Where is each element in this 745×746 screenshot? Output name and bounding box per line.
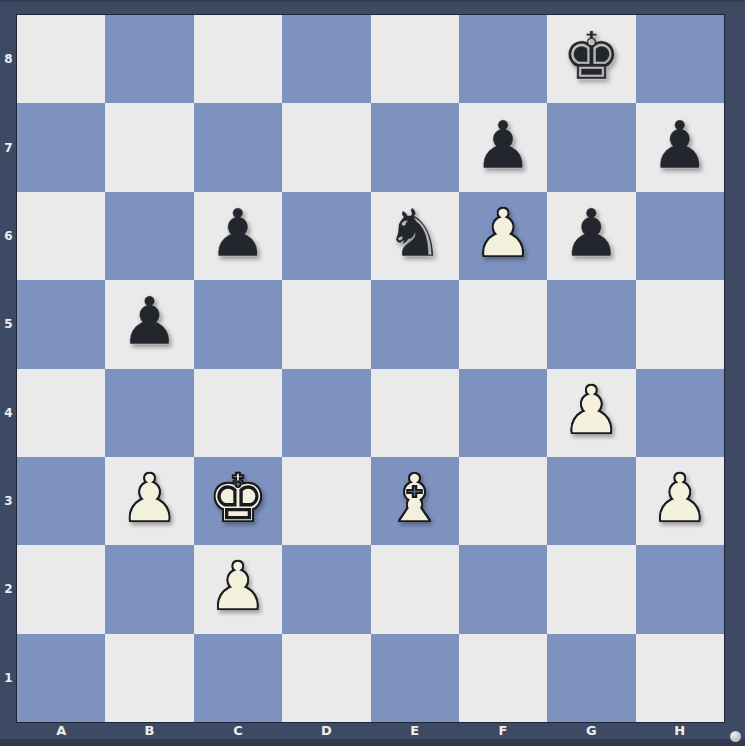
square-e6[interactable]: ♞ bbox=[371, 192, 459, 280]
square-e2[interactable] bbox=[371, 545, 459, 633]
square-c1[interactable] bbox=[194, 634, 282, 722]
corner-grip-icon bbox=[730, 731, 741, 742]
square-b7[interactable] bbox=[105, 103, 193, 191]
white-pawn-icon[interactable]: ♟ bbox=[208, 554, 267, 620]
rank-labels: 8 7 6 5 4 3 2 1 bbox=[0, 15, 17, 722]
square-d4[interactable] bbox=[282, 369, 370, 457]
square-d5[interactable] bbox=[282, 280, 370, 368]
rank-label-5: 5 bbox=[0, 280, 17, 368]
square-a6[interactable] bbox=[17, 192, 105, 280]
black-pawn-icon[interactable]: ♟ bbox=[120, 289, 179, 355]
square-b8[interactable] bbox=[105, 15, 193, 103]
white-pawn-icon[interactable]: ♟ bbox=[473, 201, 532, 267]
square-c2[interactable]: ♟ bbox=[194, 545, 282, 633]
white-bishop-icon[interactable]: ♝ bbox=[385, 466, 444, 532]
square-c3[interactable]: ♚ bbox=[194, 457, 282, 545]
square-b5[interactable]: ♟ bbox=[105, 280, 193, 368]
black-pawn-icon[interactable]: ♟ bbox=[562, 201, 621, 267]
square-c7[interactable] bbox=[194, 103, 282, 191]
square-f8[interactable] bbox=[459, 15, 547, 103]
black-pawn-icon[interactable]: ♟ bbox=[473, 113, 532, 179]
square-d1[interactable] bbox=[282, 634, 370, 722]
black-pawn-icon[interactable]: ♟ bbox=[650, 113, 709, 179]
square-h4[interactable] bbox=[636, 369, 724, 457]
rank-label-6: 6 bbox=[0, 192, 17, 280]
rank-label-4: 4 bbox=[0, 369, 17, 457]
square-d3[interactable] bbox=[282, 457, 370, 545]
square-e3[interactable]: ♝ bbox=[371, 457, 459, 545]
square-h3[interactable]: ♟ bbox=[636, 457, 724, 545]
square-h2[interactable] bbox=[636, 545, 724, 633]
square-c4[interactable] bbox=[194, 369, 282, 457]
square-e1[interactable] bbox=[371, 634, 459, 722]
square-b3[interactable]: ♟ bbox=[105, 457, 193, 545]
square-h6[interactable] bbox=[636, 192, 724, 280]
square-b2[interactable] bbox=[105, 545, 193, 633]
rank-label-3: 3 bbox=[0, 457, 17, 545]
square-a1[interactable] bbox=[17, 634, 105, 722]
file-label-f: F bbox=[459, 722, 547, 739]
square-e8[interactable] bbox=[371, 15, 459, 103]
square-b6[interactable] bbox=[105, 192, 193, 280]
file-label-g: G bbox=[547, 722, 635, 739]
black-knight-icon[interactable]: ♞ bbox=[385, 201, 444, 267]
square-a7[interactable] bbox=[17, 103, 105, 191]
square-f1[interactable] bbox=[459, 634, 547, 722]
square-e4[interactable] bbox=[371, 369, 459, 457]
square-h1[interactable] bbox=[636, 634, 724, 722]
square-d2[interactable] bbox=[282, 545, 370, 633]
square-c8[interactable] bbox=[194, 15, 282, 103]
file-label-b: B bbox=[105, 722, 193, 739]
square-c5[interactable] bbox=[194, 280, 282, 368]
square-a4[interactable] bbox=[17, 369, 105, 457]
file-label-a: A bbox=[17, 722, 105, 739]
square-f4[interactable] bbox=[459, 369, 547, 457]
frame-top-edge bbox=[0, 0, 745, 2]
file-label-d: D bbox=[282, 722, 370, 739]
chess-board[interactable]: ♚♟♟♟♞♟♟♟♟♟♚♝♟♟ bbox=[17, 15, 724, 722]
rank-label-2: 2 bbox=[0, 545, 17, 633]
square-f2[interactable] bbox=[459, 545, 547, 633]
black-king-icon[interactable]: ♚ bbox=[562, 24, 621, 90]
square-f6[interactable]: ♟ bbox=[459, 192, 547, 280]
square-h8[interactable] bbox=[636, 15, 724, 103]
square-a2[interactable] bbox=[17, 545, 105, 633]
rank-label-8: 8 bbox=[0, 15, 17, 103]
square-e7[interactable] bbox=[371, 103, 459, 191]
square-h7[interactable]: ♟ bbox=[636, 103, 724, 191]
square-d8[interactable] bbox=[282, 15, 370, 103]
rank-label-1: 1 bbox=[0, 634, 17, 722]
square-g5[interactable] bbox=[547, 280, 635, 368]
square-g2[interactable] bbox=[547, 545, 635, 633]
white-pawn-icon[interactable]: ♟ bbox=[120, 466, 179, 532]
black-pawn-icon[interactable]: ♟ bbox=[208, 201, 267, 267]
square-b1[interactable] bbox=[105, 634, 193, 722]
file-label-h: H bbox=[636, 722, 724, 739]
rank-label-7: 7 bbox=[0, 103, 17, 191]
square-g1[interactable] bbox=[547, 634, 635, 722]
file-label-c: C bbox=[194, 722, 282, 739]
square-a8[interactable] bbox=[17, 15, 105, 103]
square-f5[interactable] bbox=[459, 280, 547, 368]
square-f7[interactable]: ♟ bbox=[459, 103, 547, 191]
square-d6[interactable] bbox=[282, 192, 370, 280]
square-g3[interactable] bbox=[547, 457, 635, 545]
square-c6[interactable]: ♟ bbox=[194, 192, 282, 280]
file-label-e: E bbox=[371, 722, 459, 739]
square-d7[interactable] bbox=[282, 103, 370, 191]
square-a5[interactable] bbox=[17, 280, 105, 368]
file-labels: A B C D E F G H bbox=[17, 722, 724, 739]
square-g6[interactable]: ♟ bbox=[547, 192, 635, 280]
white-king-icon[interactable]: ♚ bbox=[208, 466, 267, 532]
square-h5[interactable] bbox=[636, 280, 724, 368]
square-a3[interactable] bbox=[17, 457, 105, 545]
square-g7[interactable] bbox=[547, 103, 635, 191]
square-e5[interactable] bbox=[371, 280, 459, 368]
frame-bottom-edge bbox=[0, 739, 745, 746]
square-b4[interactable] bbox=[105, 369, 193, 457]
board-frame: 8 7 6 5 4 3 2 1 ♚♟♟♟♞♟♟♟♟♟♚♝♟♟ A B C D E… bbox=[0, 0, 745, 746]
square-f3[interactable] bbox=[459, 457, 547, 545]
square-g4[interactable]: ♟ bbox=[547, 369, 635, 457]
square-g8[interactable]: ♚ bbox=[547, 15, 635, 103]
white-pawn-icon[interactable]: ♟ bbox=[650, 466, 709, 532]
white-pawn-icon[interactable]: ♟ bbox=[562, 378, 621, 444]
